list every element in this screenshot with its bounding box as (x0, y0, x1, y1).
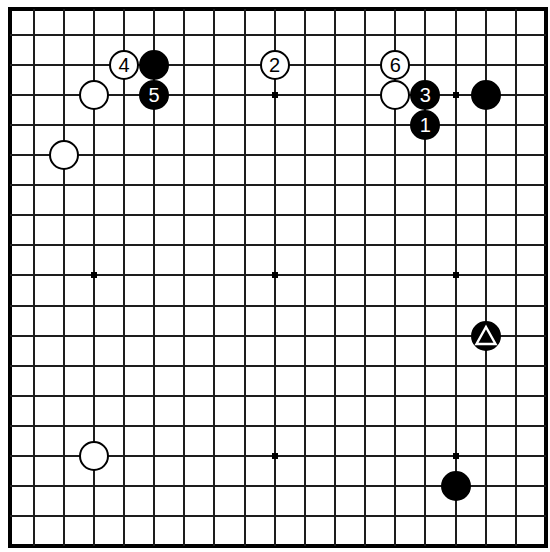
grid-line-vertical (123, 9, 125, 546)
stone-move-number: 6 (390, 55, 401, 76)
star-point (453, 92, 459, 98)
grid-line-horizontal (10, 335, 546, 337)
stone-move-number: 1 (420, 115, 431, 136)
triangle-marker-icon (473, 323, 499, 349)
star-point (453, 453, 459, 459)
stone-white-4[interactable]: 4 (109, 50, 139, 80)
go-board[interactable]: 452631 (0, 0, 550, 552)
star-point (272, 272, 278, 278)
stone-white[interactable] (49, 140, 79, 170)
stone-move-number: 5 (149, 85, 160, 106)
grid-line-horizontal (10, 365, 546, 367)
grid-line-vertical (244, 9, 246, 546)
diagram-page: 452631 (0, 0, 550, 552)
grid-line-horizontal (10, 244, 546, 246)
grid-line-vertical (33, 9, 35, 546)
stone-white[interactable] (79, 80, 109, 110)
stone-black[interactable] (471, 80, 501, 110)
grid-line-horizontal (10, 34, 546, 36)
grid-line-horizontal (10, 425, 546, 427)
grid-line-horizontal (10, 214, 546, 216)
stone-black-triangle[interactable] (471, 321, 501, 351)
grid-line-vertical (515, 9, 517, 546)
stone-move-number: 3 (420, 85, 431, 106)
grid-line-vertical (334, 9, 336, 546)
grid-line-horizontal (10, 154, 546, 156)
grid-line-horizontal (10, 124, 546, 126)
star-point (91, 272, 97, 278)
grid-line-vertical (63, 9, 65, 546)
grid-line-horizontal (10, 395, 546, 397)
grid-line-vertical (213, 9, 215, 546)
grid-line-horizontal (10, 184, 546, 186)
star-point (272, 92, 278, 98)
grid-line-horizontal (10, 305, 546, 307)
stone-move-number: 2 (269, 55, 280, 76)
star-point (453, 272, 459, 278)
grid-line-horizontal (10, 515, 546, 517)
grid-line-vertical (364, 9, 366, 546)
stone-black[interactable] (441, 471, 471, 501)
star-point (272, 453, 278, 459)
stone-move-number: 4 (118, 55, 129, 76)
stone-white[interactable] (79, 441, 109, 471)
grid-line-vertical (304, 9, 306, 546)
grid-line-vertical (183, 9, 185, 546)
stone-black-5[interactable]: 5 (139, 80, 169, 110)
stone-black[interactable] (139, 50, 169, 80)
stone-white-2[interactable]: 2 (260, 50, 290, 80)
